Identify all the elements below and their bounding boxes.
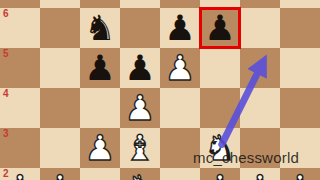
black-pawn-d5: ♟ (124, 48, 155, 88)
white-knight-d2: ♞ (124, 168, 155, 180)
square-a3[interactable]: 3 (0, 128, 40, 168)
square-f7[interactable] (200, 0, 240, 8)
rank-label-2: 2 (3, 169, 9, 179)
square-g5[interactable] (240, 48, 280, 88)
white-pawn-a2: ♟ (4, 168, 35, 180)
black-pawn-b7: ♟ (44, 0, 75, 8)
black-pawn-e6: ♟ (164, 8, 195, 48)
square-g6[interactable] (240, 8, 280, 48)
square-b2[interactable]: ♟ (40, 168, 80, 180)
square-g4[interactable] (240, 88, 280, 128)
square-a6[interactable]: 6 (0, 8, 40, 48)
square-c3[interactable]: ♟ (80, 128, 120, 168)
black-knight-c6: ♞ (84, 8, 115, 48)
rank-label-5: 5 (3, 49, 9, 59)
square-b7[interactable]: ♟ (40, 0, 80, 8)
square-a7[interactable]: ♟ (0, 0, 40, 8)
square-h5[interactable] (280, 48, 320, 88)
white-pawn-g2: ♟ (244, 168, 275, 180)
square-e4[interactable] (160, 88, 200, 128)
white-pawn-b2: ♟ (44, 168, 75, 180)
square-c2[interactable] (80, 168, 120, 180)
rank-label-3: 3 (3, 129, 9, 139)
square-b5[interactable] (40, 48, 80, 88)
black-pawn-g7: ♟ (244, 0, 275, 8)
square-e6[interactable]: ♟ (160, 8, 200, 48)
black-bishop-d7: ♝ (124, 0, 155, 8)
chess-video-frame: ♟♟♝♟♟6♞♟♟5♟♟♟4♟3♟♝♞2♟♟♞♟♟♟ mc_chessworld (0, 0, 320, 180)
square-d3[interactable]: ♝ (120, 128, 160, 168)
white-bishop-d3: ♝ (124, 128, 155, 168)
square-c4[interactable] (80, 88, 120, 128)
square-g2[interactable]: ♟ (240, 168, 280, 180)
square-c5[interactable]: ♟ (80, 48, 120, 88)
rank-label-6: 6 (3, 9, 9, 19)
square-d2[interactable]: ♞ (120, 168, 160, 180)
square-f2[interactable]: ♟ (200, 168, 240, 180)
square-h4[interactable] (280, 88, 320, 128)
black-pawn-a7: ♟ (4, 0, 35, 8)
square-h6[interactable] (280, 8, 320, 48)
square-h2[interactable]: ♟ (280, 168, 320, 180)
square-d4[interactable]: ♟ (120, 88, 160, 128)
square-d7[interactable]: ♝ (120, 0, 160, 8)
square-b3[interactable] (40, 128, 80, 168)
rank-label-4: 4 (3, 89, 9, 99)
square-d5[interactable]: ♟ (120, 48, 160, 88)
white-pawn-d4: ♟ (124, 88, 155, 128)
square-c6[interactable]: ♞ (80, 8, 120, 48)
square-f5[interactable] (200, 48, 240, 88)
square-b6[interactable] (40, 8, 80, 48)
square-f4[interactable] (200, 88, 240, 128)
white-pawn-f2: ♟ (204, 168, 235, 180)
square-d6[interactable] (120, 8, 160, 48)
square-g7[interactable]: ♟ (240, 0, 280, 8)
square-e7[interactable] (160, 0, 200, 8)
square-e5[interactable]: ♟ (160, 48, 200, 88)
black-pawn-h7: ♟ (284, 0, 315, 8)
white-pawn-e5: ♟ (164, 48, 195, 88)
square-a4[interactable]: 4 (0, 88, 40, 128)
black-pawn-f6: ♟ (204, 8, 235, 48)
square-b4[interactable] (40, 88, 80, 128)
square-a5[interactable]: 5 (0, 48, 40, 88)
white-pawn-h2: ♟ (284, 168, 315, 180)
black-pawn-c5: ♟ (84, 48, 115, 88)
square-f6[interactable]: ♟ (200, 8, 240, 48)
square-a2[interactable]: 2♟ (0, 168, 40, 180)
square-c7[interactable] (80, 0, 120, 8)
square-e2[interactable] (160, 168, 200, 180)
watermark-text: mc_chessworld (193, 149, 299, 166)
white-pawn-c3: ♟ (84, 128, 115, 168)
square-h7[interactable]: ♟ (280, 0, 320, 8)
